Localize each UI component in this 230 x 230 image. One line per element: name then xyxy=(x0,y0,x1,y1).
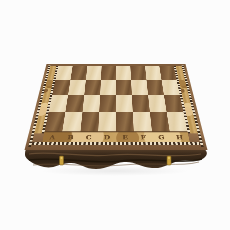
square-d2 xyxy=(99,95,116,112)
file-label-d: D xyxy=(98,132,116,141)
case-side xyxy=(21,148,209,174)
square-h4 xyxy=(159,66,176,80)
square-b4 xyxy=(71,66,88,80)
brass-latch-left xyxy=(60,156,64,165)
square-c2 xyxy=(82,95,100,112)
square-h3 xyxy=(161,80,179,95)
photo-background: ABCDEFGH xyxy=(0,0,230,230)
file-label-g: G xyxy=(152,132,171,141)
square-c4 xyxy=(86,66,102,80)
brass-latch-right xyxy=(167,156,171,165)
file-label-e: E xyxy=(116,132,134,141)
square-c3 xyxy=(84,80,101,95)
square-f1 xyxy=(133,112,152,131)
square-b2 xyxy=(65,95,84,112)
square-h2 xyxy=(164,95,184,112)
file-label-c: C xyxy=(79,132,98,141)
chess-case-lid: ABCDEFGH xyxy=(25,64,208,150)
file-label-h: H xyxy=(170,132,190,141)
square-b3 xyxy=(68,80,86,95)
square-d4 xyxy=(101,66,116,80)
square-e2 xyxy=(116,95,133,112)
file-labels: ABCDEFGH xyxy=(42,132,189,141)
file-label-f: F xyxy=(134,132,153,141)
square-d1 xyxy=(98,112,116,131)
square-c1 xyxy=(80,112,99,131)
square-f4 xyxy=(130,66,146,80)
square-d3 xyxy=(100,80,116,95)
square-f3 xyxy=(131,80,148,95)
square-e3 xyxy=(116,80,132,95)
square-f2 xyxy=(132,95,150,112)
mosaic-inlay-bottom xyxy=(32,142,200,145)
square-b1 xyxy=(62,112,82,131)
board-grid xyxy=(45,66,188,132)
square-e4 xyxy=(116,66,131,80)
square-e1 xyxy=(116,112,134,131)
file-label-a: A xyxy=(42,132,62,141)
file-label-b: B xyxy=(61,132,80,141)
